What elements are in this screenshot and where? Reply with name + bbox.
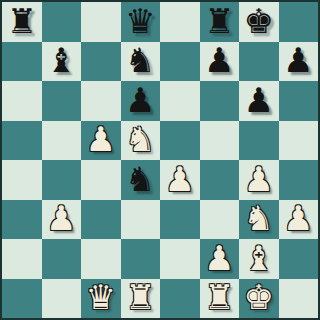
square-a7[interactable] [2, 42, 42, 82]
square-e2[interactable] [160, 239, 200, 279]
square-d4[interactable]: ♞ [121, 160, 161, 200]
piece-white-queen: ♛ [86, 280, 116, 314]
square-b8[interactable] [42, 2, 82, 42]
square-g5[interactable] [239, 121, 279, 161]
square-h4[interactable] [279, 160, 319, 200]
piece-white-pawn: ♟ [204, 241, 234, 275]
square-f7[interactable]: ♟ [200, 42, 240, 82]
piece-black-pawn: ♟ [244, 83, 274, 117]
square-d8[interactable]: ♛ [121, 2, 161, 42]
square-c7[interactable] [81, 42, 121, 82]
piece-white-pawn: ♟ [283, 201, 313, 235]
square-f8[interactable]: ♜ [200, 2, 240, 42]
square-c4[interactable] [81, 160, 121, 200]
square-g1[interactable]: ♚ [239, 279, 279, 319]
square-d1[interactable]: ♜ [121, 279, 161, 319]
piece-black-queen: ♛ [125, 4, 155, 38]
piece-black-pawn: ♟ [125, 83, 155, 117]
piece-white-knight: ♞ [125, 122, 155, 156]
square-a5[interactable] [2, 121, 42, 161]
square-c8[interactable] [81, 2, 121, 42]
piece-white-rook: ♜ [125, 280, 155, 314]
square-a8[interactable]: ♜ [2, 2, 42, 42]
piece-white-pawn: ♟ [165, 162, 195, 196]
square-h6[interactable] [279, 81, 319, 121]
piece-white-pawn: ♟ [46, 201, 76, 235]
square-g8[interactable]: ♚ [239, 2, 279, 42]
square-g3[interactable]: ♞ [239, 200, 279, 240]
square-b4[interactable] [42, 160, 82, 200]
square-b7[interactable]: ♝ [42, 42, 82, 82]
square-g7[interactable] [239, 42, 279, 82]
piece-white-king: ♚ [244, 280, 274, 314]
square-c3[interactable] [81, 200, 121, 240]
square-g4[interactable]: ♟ [239, 160, 279, 200]
square-e5[interactable] [160, 121, 200, 161]
square-d5[interactable]: ♞ [121, 121, 161, 161]
square-c2[interactable] [81, 239, 121, 279]
square-g2[interactable]: ♝ [239, 239, 279, 279]
square-h5[interactable] [279, 121, 319, 161]
square-f3[interactable] [200, 200, 240, 240]
square-e4[interactable]: ♟ [160, 160, 200, 200]
square-b1[interactable] [42, 279, 82, 319]
square-b3[interactable]: ♟ [42, 200, 82, 240]
piece-black-rook: ♜ [7, 4, 37, 38]
square-c1[interactable]: ♛ [81, 279, 121, 319]
square-h7[interactable]: ♟ [279, 42, 319, 82]
square-b5[interactable] [42, 121, 82, 161]
square-f4[interactable] [200, 160, 240, 200]
square-h8[interactable] [279, 2, 319, 42]
square-e6[interactable] [160, 81, 200, 121]
piece-black-pawn: ♟ [283, 43, 313, 77]
square-a2[interactable] [2, 239, 42, 279]
square-h2[interactable] [279, 239, 319, 279]
piece-white-pawn: ♟ [86, 122, 116, 156]
square-e1[interactable] [160, 279, 200, 319]
square-d6[interactable]: ♟ [121, 81, 161, 121]
piece-black-king: ♚ [244, 4, 274, 38]
piece-black-knight: ♞ [125, 162, 155, 196]
piece-white-pawn: ♟ [244, 162, 274, 196]
square-d2[interactable] [121, 239, 161, 279]
square-e7[interactable] [160, 42, 200, 82]
piece-white-rook: ♜ [204, 280, 234, 314]
piece-white-knight: ♞ [244, 201, 274, 235]
piece-black-rook: ♜ [204, 4, 234, 38]
square-d3[interactable] [121, 200, 161, 240]
chess-board: ♜♛♜♚♝♞♟♟♟♟♟♞♞♟♟♟♞♟♟♝♛♜♜♚ [0, 0, 320, 320]
square-e3[interactable] [160, 200, 200, 240]
square-a4[interactable] [2, 160, 42, 200]
square-e8[interactable] [160, 2, 200, 42]
square-f6[interactable] [200, 81, 240, 121]
square-b2[interactable] [42, 239, 82, 279]
piece-black-knight: ♞ [125, 43, 155, 77]
piece-black-pawn: ♟ [204, 43, 234, 77]
square-a1[interactable] [2, 279, 42, 319]
square-c5[interactable]: ♟ [81, 121, 121, 161]
square-a6[interactable] [2, 81, 42, 121]
square-h1[interactable] [279, 279, 319, 319]
square-c6[interactable] [81, 81, 121, 121]
square-f2[interactable]: ♟ [200, 239, 240, 279]
square-a3[interactable] [2, 200, 42, 240]
square-f1[interactable]: ♜ [200, 279, 240, 319]
square-h3[interactable]: ♟ [279, 200, 319, 240]
piece-black-bishop: ♝ [46, 43, 76, 77]
square-d7[interactable]: ♞ [121, 42, 161, 82]
square-f5[interactable] [200, 121, 240, 161]
square-g6[interactable]: ♟ [239, 81, 279, 121]
square-b6[interactable] [42, 81, 82, 121]
piece-white-bishop: ♝ [244, 241, 274, 275]
